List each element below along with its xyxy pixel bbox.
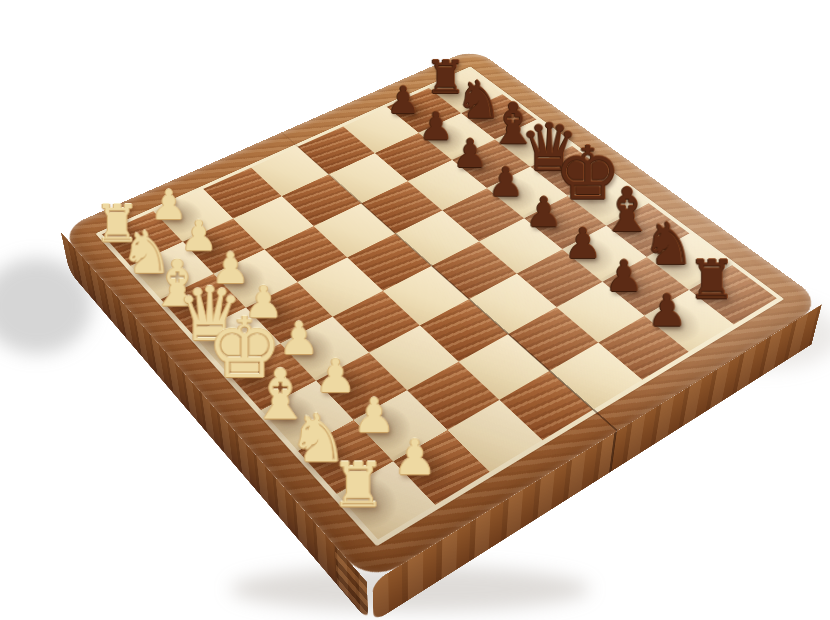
square-b3[interactable] — [233, 196, 314, 250]
board-playing-area: ♜♞♝♛♚♝♞♜♟♟♟♟♟♟♟♟♟♟♟♟♟♟♟♟♜♞♝♛♚♝♞♜ — [95, 66, 784, 546]
black-pawn-f7[interactable]: ♟ — [563, 222, 601, 264]
chessboard[interactable]: ♜♞♝♛♚♝♞♜♟♟♟♟♟♟♟♟♟♟♟♟♟♟♟♟♜♞♝♛♚♝♞♜ — [59, 48, 824, 584]
white-rook-h1[interactable]: ♜ — [330, 454, 385, 516]
black-pawn-e7[interactable]: ♟ — [525, 192, 562, 233]
white-pawn-g2[interactable]: ♟ — [352, 392, 394, 439]
black-pawn-g7[interactable]: ♟ — [604, 255, 643, 298]
black-pawn-b7[interactable]: ♟ — [418, 107, 452, 145]
fold-seam-side — [609, 430, 617, 472]
black-pawn-c7[interactable]: ♟ — [452, 134, 487, 173]
black-pawn-h7[interactable]: ♟ — [647, 288, 687, 332]
black-rook-h8[interactable]: ♜ — [687, 252, 735, 306]
photo-stage: ♜♞♝♛♚♝♞♜♟♟♟♟♟♟♟♟♟♟♟♟♟♟♟♟♜♞♝♛♚♝♞♜ — [0, 0, 830, 620]
square-h8[interactable]: ♜ — [688, 265, 776, 324]
black-pawn-d7[interactable]: ♟ — [488, 162, 524, 202]
corner-finger-joints — [334, 544, 368, 620]
chessboard-3d-scene: ♜♞♝♛♚♝♞♜♟♟♟♟♟♟♟♟♟♟♟♟♟♟♟♟♜♞♝♛♚♝♞♜ — [0, 0, 830, 620]
board-grid: ♜♞♝♛♚♝♞♜♟♟♟♟♟♟♟♟♟♟♟♟♟♟♟♟♜♞♝♛♚♝♞♜ — [102, 69, 777, 538]
black-pawn-a7[interactable]: ♟ — [386, 82, 420, 120]
white-pawn-f2[interactable]: ♟ — [314, 353, 355, 399]
white-pawn-h2[interactable]: ♟ — [393, 433, 437, 482]
black-knight-g8[interactable]: ♞ — [642, 214, 694, 272]
